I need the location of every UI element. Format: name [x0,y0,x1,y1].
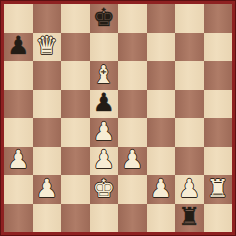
square-g5[interactable] [175,90,204,119]
square-b2[interactable]: ♟ [33,175,62,204]
square-g6[interactable] [175,61,204,90]
white-bishop: ♝ [93,62,115,87]
square-a3[interactable]: ♟ [4,147,33,176]
square-f1[interactable] [147,204,176,233]
white-rook: ♜ [207,176,229,201]
square-a1[interactable] [4,204,33,233]
white-pawn: ♟ [7,147,29,172]
black-rook: ♜ [178,204,200,229]
square-b7[interactable]: ♛ [33,33,62,62]
square-a4[interactable] [4,118,33,147]
square-g1[interactable]: ♜ [175,204,204,233]
square-b5[interactable] [33,90,62,119]
square-f8[interactable] [147,4,176,33]
square-f4[interactable] [147,118,176,147]
square-e6[interactable] [118,61,147,90]
square-e2[interactable] [118,175,147,204]
white-pawn: ♟ [121,147,143,172]
square-b4[interactable] [33,118,62,147]
square-a8[interactable] [4,4,33,33]
square-h5[interactable] [204,90,233,119]
square-b6[interactable] [33,61,62,90]
chessboard-frame: ♚♟♛♝♟♟♟♟♟♟♚♟♟♜♜ [0,0,236,236]
square-e4[interactable] [118,118,147,147]
black-pawn: ♟ [7,33,29,58]
square-d8[interactable]: ♚ [90,4,119,33]
square-h1[interactable] [204,204,233,233]
square-c1[interactable] [61,204,90,233]
square-c8[interactable] [61,4,90,33]
square-b3[interactable] [33,147,62,176]
square-c7[interactable] [61,33,90,62]
square-a5[interactable] [4,90,33,119]
square-d4[interactable]: ♟ [90,118,119,147]
square-d6[interactable]: ♝ [90,61,119,90]
black-pawn: ♟ [93,90,115,115]
white-pawn: ♟ [150,176,172,201]
square-f6[interactable] [147,61,176,90]
black-king: ♚ [93,5,115,30]
square-c4[interactable] [61,118,90,147]
square-g4[interactable] [175,118,204,147]
square-c3[interactable] [61,147,90,176]
square-h3[interactable] [204,147,233,176]
square-h7[interactable] [204,33,233,62]
square-d2[interactable]: ♚ [90,175,119,204]
square-f3[interactable] [147,147,176,176]
square-g7[interactable] [175,33,204,62]
square-b1[interactable] [33,204,62,233]
square-b8[interactable] [33,4,62,33]
square-d7[interactable] [90,33,119,62]
square-d1[interactable] [90,204,119,233]
square-h4[interactable] [204,118,233,147]
square-f2[interactable]: ♟ [147,175,176,204]
square-e5[interactable] [118,90,147,119]
white-pawn: ♟ [93,119,115,144]
square-h8[interactable] [204,4,233,33]
square-e7[interactable] [118,33,147,62]
square-c6[interactable] [61,61,90,90]
chessboard: ♚♟♛♝♟♟♟♟♟♟♚♟♟♜♜ [4,4,232,232]
square-a7[interactable]: ♟ [4,33,33,62]
square-h6[interactable] [204,61,233,90]
square-g2[interactable]: ♟ [175,175,204,204]
square-c5[interactable] [61,90,90,119]
white-pawn: ♟ [178,176,200,201]
square-g3[interactable] [175,147,204,176]
square-e3[interactable]: ♟ [118,147,147,176]
square-e8[interactable] [118,4,147,33]
square-f7[interactable] [147,33,176,62]
square-d3[interactable]: ♟ [90,147,119,176]
white-pawn: ♟ [93,147,115,172]
square-c2[interactable] [61,175,90,204]
square-h2[interactable]: ♜ [204,175,233,204]
white-queen: ♛ [36,33,58,58]
square-e1[interactable] [118,204,147,233]
square-a2[interactable] [4,175,33,204]
square-d5[interactable]: ♟ [90,90,119,119]
square-a6[interactable] [4,61,33,90]
square-f5[interactable] [147,90,176,119]
white-king: ♚ [93,176,115,201]
square-g8[interactable] [175,4,204,33]
white-pawn: ♟ [36,176,58,201]
